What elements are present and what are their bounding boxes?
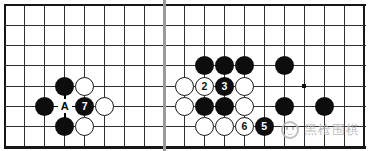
point-label-a: A [58,99,72,113]
white-stone [175,97,194,116]
label-dash [64,113,66,118]
black-stone [315,97,334,116]
move-number: 7 [82,101,88,112]
grid-line-h [4,65,366,66]
move-number: 3 [221,81,227,92]
black-stone [275,97,294,116]
watermark-logo-icon [281,121,299,139]
black-stone-numbered: 5 [255,117,274,136]
grid-line-h [4,146,366,149]
white-stone [235,77,254,96]
star-point [302,84,306,88]
black-stone [215,97,234,116]
white-stone [75,77,94,96]
grid-line-h [4,45,366,46]
black-stone-numbered: 3 [215,77,234,96]
label-dash [72,106,77,108]
black-stone [275,56,294,75]
white-stone [75,117,94,136]
grid-line-h [4,25,366,26]
black-stone [35,97,54,116]
grid-line-h [4,4,366,6]
move-number: 2 [202,81,208,92]
move-number: 6 [241,121,247,132]
white-stone [215,117,234,136]
black-stone-numbered: 7 [75,97,94,116]
white-stone-numbered: 2 [195,77,214,96]
black-stone [55,77,74,96]
seam-line [163,0,166,151]
black-stone [55,117,74,136]
white-stone-numbered: 6 [235,117,254,136]
watermark: 黑枪围棋 [281,120,360,140]
white-stone [195,117,214,136]
black-stone [215,56,234,75]
black-stone [235,56,254,75]
white-stone [235,97,254,116]
white-stone [175,77,194,96]
white-stone [95,97,114,116]
black-stone [195,56,214,75]
move-number: 5 [261,121,267,132]
black-stone [195,97,214,116]
watermark-text: 黑枪围棋 [304,121,360,139]
go-diagram: 23765A 黑枪围棋 [0,0,372,151]
